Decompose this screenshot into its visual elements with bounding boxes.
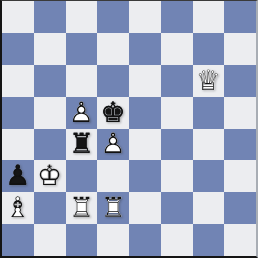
square-f4[interactable] [161, 129, 193, 161]
black-rook-outline-icon: ♖ [66, 129, 98, 161]
square-d5[interactable]: ♚♔ [97, 97, 129, 129]
square-d7[interactable] [97, 33, 129, 65]
square-e5[interactable] [129, 97, 161, 129]
black-king-piece[interactable]: ♚♔ [97, 97, 129, 129]
white-king-outline-icon: ♔ [34, 160, 66, 192]
square-c7[interactable] [66, 33, 98, 65]
square-h8[interactable] [224, 1, 256, 33]
square-b7[interactable] [34, 33, 66, 65]
square-b6[interactable] [34, 65, 66, 97]
chess-board-grid: ♛♕♟♙♚♔♜♖♟♙♟♙♚♔♝♗♜♖♜♖ [2, 1, 256, 256]
square-c4[interactable]: ♜♖ [66, 129, 98, 161]
square-a4[interactable] [2, 129, 34, 161]
square-h7[interactable] [224, 33, 256, 65]
white-rook-piece[interactable]: ♜♖ [66, 192, 98, 224]
square-e7[interactable] [129, 33, 161, 65]
square-c2[interactable]: ♜♖ [66, 192, 98, 224]
square-c3[interactable] [66, 160, 98, 192]
white-king-piece[interactable]: ♚♔ [34, 160, 66, 192]
square-h2[interactable] [224, 192, 256, 224]
square-f6[interactable] [161, 65, 193, 97]
square-c5[interactable]: ♟♙ [66, 97, 98, 129]
square-b2[interactable] [34, 192, 66, 224]
square-f8[interactable] [161, 1, 193, 33]
square-d6[interactable] [97, 65, 129, 97]
square-g4[interactable] [193, 129, 225, 161]
square-b1[interactable] [34, 224, 66, 256]
white-rook-outline-icon: ♖ [97, 192, 129, 224]
white-rook-piece[interactable]: ♜♖ [97, 192, 129, 224]
square-f1[interactable] [161, 224, 193, 256]
square-h3[interactable] [224, 160, 256, 192]
square-b5[interactable] [34, 97, 66, 129]
square-d8[interactable] [97, 1, 129, 33]
square-h5[interactable] [224, 97, 256, 129]
white-pawn-piece[interactable]: ♟♙ [97, 129, 129, 161]
square-g6[interactable]: ♛♕ [193, 65, 225, 97]
square-c6[interactable] [66, 65, 98, 97]
square-b4[interactable] [34, 129, 66, 161]
white-queen-piece[interactable]: ♛♕ [193, 65, 225, 97]
square-d3[interactable] [97, 160, 129, 192]
white-queen-outline-icon: ♕ [193, 65, 225, 97]
square-g5[interactable] [193, 97, 225, 129]
square-e3[interactable] [129, 160, 161, 192]
black-pawn-outline-icon: ♙ [2, 160, 34, 192]
square-a6[interactable] [2, 65, 34, 97]
square-g2[interactable] [193, 192, 225, 224]
square-f7[interactable] [161, 33, 193, 65]
square-a8[interactable] [2, 1, 34, 33]
square-e8[interactable] [129, 1, 161, 33]
square-g3[interactable] [193, 160, 225, 192]
square-e6[interactable] [129, 65, 161, 97]
square-c8[interactable] [66, 1, 98, 33]
square-b8[interactable] [34, 1, 66, 33]
square-d4[interactable]: ♟♙ [97, 129, 129, 161]
square-f5[interactable] [161, 97, 193, 129]
square-e1[interactable] [129, 224, 161, 256]
square-a2[interactable]: ♝♗ [2, 192, 34, 224]
square-e4[interactable] [129, 129, 161, 161]
square-g1[interactable] [193, 224, 225, 256]
square-d1[interactable] [97, 224, 129, 256]
square-a7[interactable] [2, 33, 34, 65]
white-pawn-outline-icon: ♙ [66, 97, 98, 129]
square-h6[interactable] [224, 65, 256, 97]
square-a1[interactable] [2, 224, 34, 256]
square-c1[interactable] [66, 224, 98, 256]
white-pawn-outline-icon: ♙ [97, 129, 129, 161]
white-bishop-piece[interactable]: ♝♗ [2, 192, 34, 224]
square-a5[interactable] [2, 97, 34, 129]
square-h1[interactable] [224, 224, 256, 256]
black-pawn-piece[interactable]: ♟♙ [2, 160, 34, 192]
square-f3[interactable] [161, 160, 193, 192]
square-g8[interactable] [193, 1, 225, 33]
black-king-outline-icon: ♔ [97, 97, 129, 129]
square-b3[interactable]: ♚♔ [34, 160, 66, 192]
square-h4[interactable] [224, 129, 256, 161]
square-f2[interactable] [161, 192, 193, 224]
square-g7[interactable] [193, 33, 225, 65]
white-rook-outline-icon: ♖ [66, 192, 98, 224]
white-bishop-outline-icon: ♗ [2, 192, 34, 224]
square-d2[interactable]: ♜♖ [97, 192, 129, 224]
square-e2[interactable] [129, 192, 161, 224]
chess-board: ♛♕♟♙♚♔♜♖♟♙♟♙♚♔♝♗♜♖♜♖ [0, 0, 258, 258]
white-pawn-piece[interactable]: ♟♙ [66, 97, 98, 129]
black-rook-piece[interactable]: ♜♖ [66, 129, 98, 161]
square-a3[interactable]: ♟♙ [2, 160, 34, 192]
